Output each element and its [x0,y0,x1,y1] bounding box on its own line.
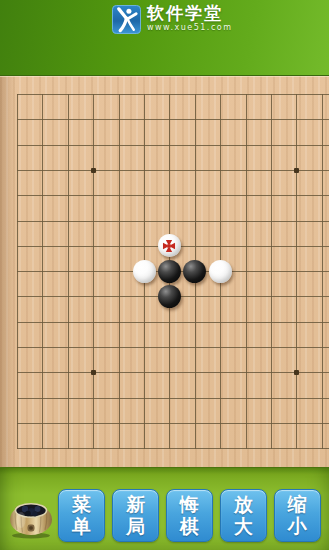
button-label-char: 小 [288,516,307,538]
last-move-cross-icon [163,239,176,252]
grid-hline [17,448,329,449]
stone-bowl-icon [8,497,54,539]
grid-vline [93,94,94,449]
button-label-char: 局 [126,516,145,538]
grid-vline [271,94,272,449]
app-title: 软件学堂 [147,5,232,22]
grid-hline [17,423,329,424]
grid-hline [17,372,329,373]
toolbar-button-menu[interactable]: 菜单 [58,489,105,542]
grid-vline [246,94,247,449]
white-stone-I8 [209,260,232,283]
header-banner: 软件学堂 www.xue51.com [0,0,329,76]
grid-hline [17,119,329,120]
button-label-char: 单 [72,516,91,538]
toolbar-button-zoom-out[interactable]: 缩小 [274,489,321,542]
title-block: 软件学堂 www.xue51.com [147,5,232,32]
grid-hline [17,398,329,399]
grid-hline [17,145,329,146]
grid-vline [296,94,297,449]
black-stone-G7 [158,285,181,308]
goban[interactable] [0,76,329,467]
grid-vline [119,94,120,449]
grid-hline [17,322,329,323]
site-url: www.xue51.com [147,23,232,32]
toolbar-button-new-game[interactable]: 新局 [112,489,159,542]
toolbar-button-zoom-in[interactable]: 放大 [220,489,267,542]
white-stone-F8 [133,260,156,283]
toolbar-button-undo[interactable]: 悔棋 [166,489,213,542]
grid-vline [42,94,43,449]
black-stone-G8 [158,260,181,283]
button-label-char: 大 [234,516,253,538]
white-stone-G9 [158,234,181,257]
star-point [91,370,96,375]
grid-hline [17,347,329,348]
button-label-char: 悔 [180,494,199,516]
toolbar: 菜单新局悔棋放大缩小 [0,467,329,550]
star-point [91,168,96,173]
star-point [294,370,299,375]
grid-hline [17,94,329,95]
button-label-char: 菜 [72,494,91,516]
header-brand: 软件学堂 www.xue51.com [112,5,232,34]
star-point [294,168,299,173]
button-label-char: 棋 [180,516,199,538]
black-stone-H8 [183,260,206,283]
grid-hline [17,221,329,222]
grid-hline [17,170,329,171]
button-label-char: 新 [126,494,145,516]
button-label-char: 放 [234,494,253,516]
button-label-char: 缩 [288,494,307,516]
grid-vline [17,94,18,449]
grid-vline [322,94,323,449]
grid-hline [17,195,329,196]
app-screen: 软件学堂 www.xue51.com [0,0,329,550]
xue51-logo-icon [112,5,141,34]
grid-vline [68,94,69,449]
